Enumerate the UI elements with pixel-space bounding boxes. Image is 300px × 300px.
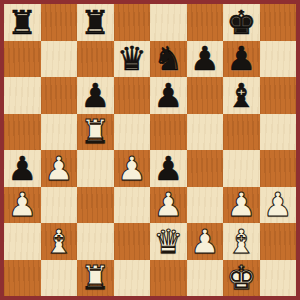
- square-b8[interactable]: [41, 4, 78, 41]
- square-b7[interactable]: [41, 41, 78, 78]
- black-knight[interactable]: ♞: [153, 42, 183, 75]
- square-d5[interactable]: [114, 114, 151, 151]
- square-c6[interactable]: ♟: [77, 77, 114, 114]
- square-a5[interactable]: [4, 114, 41, 151]
- square-g3[interactable]: ♟: [223, 187, 260, 224]
- square-a7[interactable]: [4, 41, 41, 78]
- square-e1[interactable]: [150, 260, 187, 297]
- square-c3[interactable]: [77, 187, 114, 224]
- black-pawn[interactable]: ♟: [153, 79, 183, 112]
- square-a4[interactable]: ♟: [4, 150, 41, 187]
- square-g1[interactable]: ♚: [223, 260, 260, 297]
- square-c2[interactable]: [77, 223, 114, 260]
- square-c7[interactable]: [77, 41, 114, 78]
- square-c4[interactable]: [77, 150, 114, 187]
- square-d8[interactable]: [114, 4, 151, 41]
- square-d7[interactable]: ♛: [114, 41, 151, 78]
- black-bishop[interactable]: ♝: [226, 79, 256, 112]
- square-h8[interactable]: [260, 4, 297, 41]
- square-h7[interactable]: [260, 41, 297, 78]
- square-h5[interactable]: [260, 114, 297, 151]
- square-c5[interactable]: ♜: [77, 114, 114, 151]
- square-f1[interactable]: [187, 260, 224, 297]
- chess-board: ♜♜♚♛♞♟♟♟♟♝♜♟♟♟♟♟♟♟♟♝♛♟♝♜♚: [4, 4, 296, 296]
- white-bishop[interactable]: ♝: [226, 225, 256, 258]
- square-d3[interactable]: [114, 187, 151, 224]
- square-e6[interactable]: ♟: [150, 77, 187, 114]
- square-f5[interactable]: [187, 114, 224, 151]
- square-f2[interactable]: ♟: [187, 223, 224, 260]
- square-g5[interactable]: [223, 114, 260, 151]
- black-pawn[interactable]: ♟: [7, 152, 37, 185]
- square-g2[interactable]: ♝: [223, 223, 260, 260]
- black-king[interactable]: ♚: [226, 6, 256, 39]
- square-d4[interactable]: ♟: [114, 150, 151, 187]
- white-pawn[interactable]: ♟: [190, 225, 220, 258]
- black-rook[interactable]: ♜: [80, 6, 110, 39]
- square-e8[interactable]: [150, 4, 187, 41]
- black-pawn[interactable]: ♟: [153, 152, 183, 185]
- square-b5[interactable]: [41, 114, 78, 151]
- white-bishop[interactable]: ♝: [44, 225, 74, 258]
- square-b3[interactable]: [41, 187, 78, 224]
- square-f6[interactable]: [187, 77, 224, 114]
- white-queen[interactable]: ♛: [153, 225, 183, 258]
- white-pawn[interactable]: ♟: [263, 188, 293, 221]
- square-a3[interactable]: ♟: [4, 187, 41, 224]
- square-a6[interactable]: [4, 77, 41, 114]
- square-e3[interactable]: ♟: [150, 187, 187, 224]
- board-frame: ♜♜♚♛♞♟♟♟♟♝♜♟♟♟♟♟♟♟♟♝♛♟♝♜♚: [0, 0, 300, 300]
- square-f3[interactable]: [187, 187, 224, 224]
- square-a8[interactable]: ♜: [4, 4, 41, 41]
- square-d2[interactable]: [114, 223, 151, 260]
- square-b1[interactable]: [41, 260, 78, 297]
- square-g8[interactable]: ♚: [223, 4, 260, 41]
- white-king[interactable]: ♚: [226, 261, 256, 294]
- square-d6[interactable]: [114, 77, 151, 114]
- square-h3[interactable]: ♟: [260, 187, 297, 224]
- square-b2[interactable]: ♝: [41, 223, 78, 260]
- black-rook[interactable]: ♜: [7, 6, 37, 39]
- square-g4[interactable]: [223, 150, 260, 187]
- square-h6[interactable]: [260, 77, 297, 114]
- square-h1[interactable]: [260, 260, 297, 297]
- square-a2[interactable]: [4, 223, 41, 260]
- white-pawn[interactable]: ♟: [44, 152, 74, 185]
- white-rook[interactable]: ♜: [80, 261, 110, 294]
- square-c8[interactable]: ♜: [77, 4, 114, 41]
- square-b6[interactable]: [41, 77, 78, 114]
- square-e4[interactable]: ♟: [150, 150, 187, 187]
- black-pawn[interactable]: ♟: [80, 79, 110, 112]
- black-pawn[interactable]: ♟: [226, 42, 256, 75]
- white-rook[interactable]: ♜: [80, 115, 110, 148]
- black-queen[interactable]: ♛: [117, 42, 147, 75]
- square-f7[interactable]: ♟: [187, 41, 224, 78]
- square-e2[interactable]: ♛: [150, 223, 187, 260]
- white-pawn[interactable]: ♟: [153, 188, 183, 221]
- white-pawn[interactable]: ♟: [7, 188, 37, 221]
- square-h2[interactable]: [260, 223, 297, 260]
- square-e7[interactable]: ♞: [150, 41, 187, 78]
- square-e5[interactable]: [150, 114, 187, 151]
- square-c1[interactable]: ♜: [77, 260, 114, 297]
- square-g7[interactable]: ♟: [223, 41, 260, 78]
- square-a1[interactable]: [4, 260, 41, 297]
- square-h4[interactable]: [260, 150, 297, 187]
- square-f4[interactable]: [187, 150, 224, 187]
- square-b4[interactable]: ♟: [41, 150, 78, 187]
- square-g6[interactable]: ♝: [223, 77, 260, 114]
- square-d1[interactable]: [114, 260, 151, 297]
- white-pawn[interactable]: ♟: [117, 152, 147, 185]
- white-pawn[interactable]: ♟: [226, 188, 256, 221]
- square-f8[interactable]: [187, 4, 224, 41]
- black-pawn[interactable]: ♟: [190, 42, 220, 75]
